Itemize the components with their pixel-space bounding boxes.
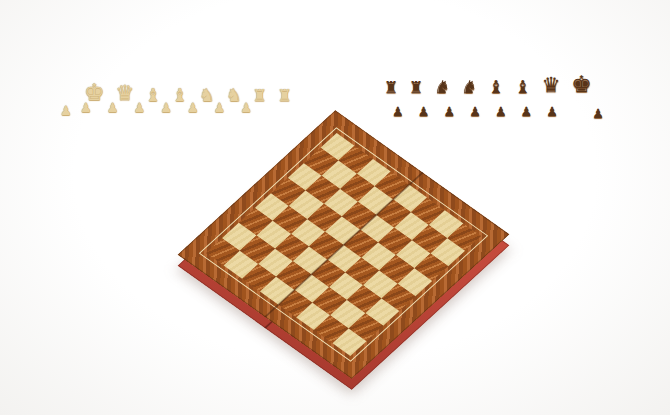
chess-board (178, 110, 510, 379)
chess-piece-pawn: ♟ (107, 101, 119, 114)
chess-piece-pawn: ♟ (392, 105, 404, 118)
chess-piece-knight: ♞ (434, 78, 450, 96)
chess-piece-pawn: ♟ (546, 105, 558, 118)
chess-piece-king: ♚ (571, 73, 592, 96)
chess-piece-rook: ♜ (278, 88, 292, 104)
chess-piece-queen: ♛ (542, 75, 561, 96)
chess-piece-pawn: ♟ (187, 101, 199, 114)
chess-piece-pawn: ♟ (240, 101, 252, 114)
chess-piece-pawn: ♟ (418, 105, 430, 118)
chess-piece-rook: ♜ (253, 88, 267, 104)
chess-piece-rook: ♜ (384, 80, 398, 96)
chess-piece-bishop: ♝ (488, 78, 504, 96)
chess-piece-pawn: ♟ (443, 105, 455, 118)
chess-piece-pawn: ♟ (495, 105, 507, 118)
dark-back-row: ♜♜♞♞♝♝♛♚ (384, 73, 592, 96)
chess-piece-pawn: ♟ (80, 101, 92, 114)
chess-piece-pawn: ♟ (469, 105, 481, 118)
chess-piece-pawn: ♟ (214, 101, 226, 114)
chess-piece-pawn: ♟ (133, 101, 145, 114)
chess-piece-pawn: ♟ (160, 101, 172, 114)
chess-piece-knight: ♞ (461, 78, 477, 96)
product-photo: ♟ ♚♛♝♝♞♞♜♜ ♟♟♟♟♟♟♟ ♜♜♞♞♝♝♛♚ ♟♟♟♟♟♟♟ ♟ (0, 0, 670, 415)
chess-piece-bishop: ♝ (515, 78, 531, 96)
dark-front-row: ♟♟♟♟♟♟♟ (392, 105, 558, 118)
chess-piece-rook: ♜ (409, 80, 423, 96)
chess-piece-pawn: ♟ (521, 105, 533, 118)
chess-piece-pawn: ♟ (60, 104, 72, 117)
chess-piece-pawn: ♟ (592, 107, 604, 120)
light-pieces-group: ♟ ♚♛♝♝♞♞♜♜ ♟♟♟♟♟♟♟ (56, 46, 296, 118)
light-front-row: ♟♟♟♟♟♟♟ (80, 101, 252, 114)
dark-pieces-group: ♜♜♞♞♝♝♛♚ ♟♟♟♟♟♟♟ ♟ (372, 34, 604, 120)
